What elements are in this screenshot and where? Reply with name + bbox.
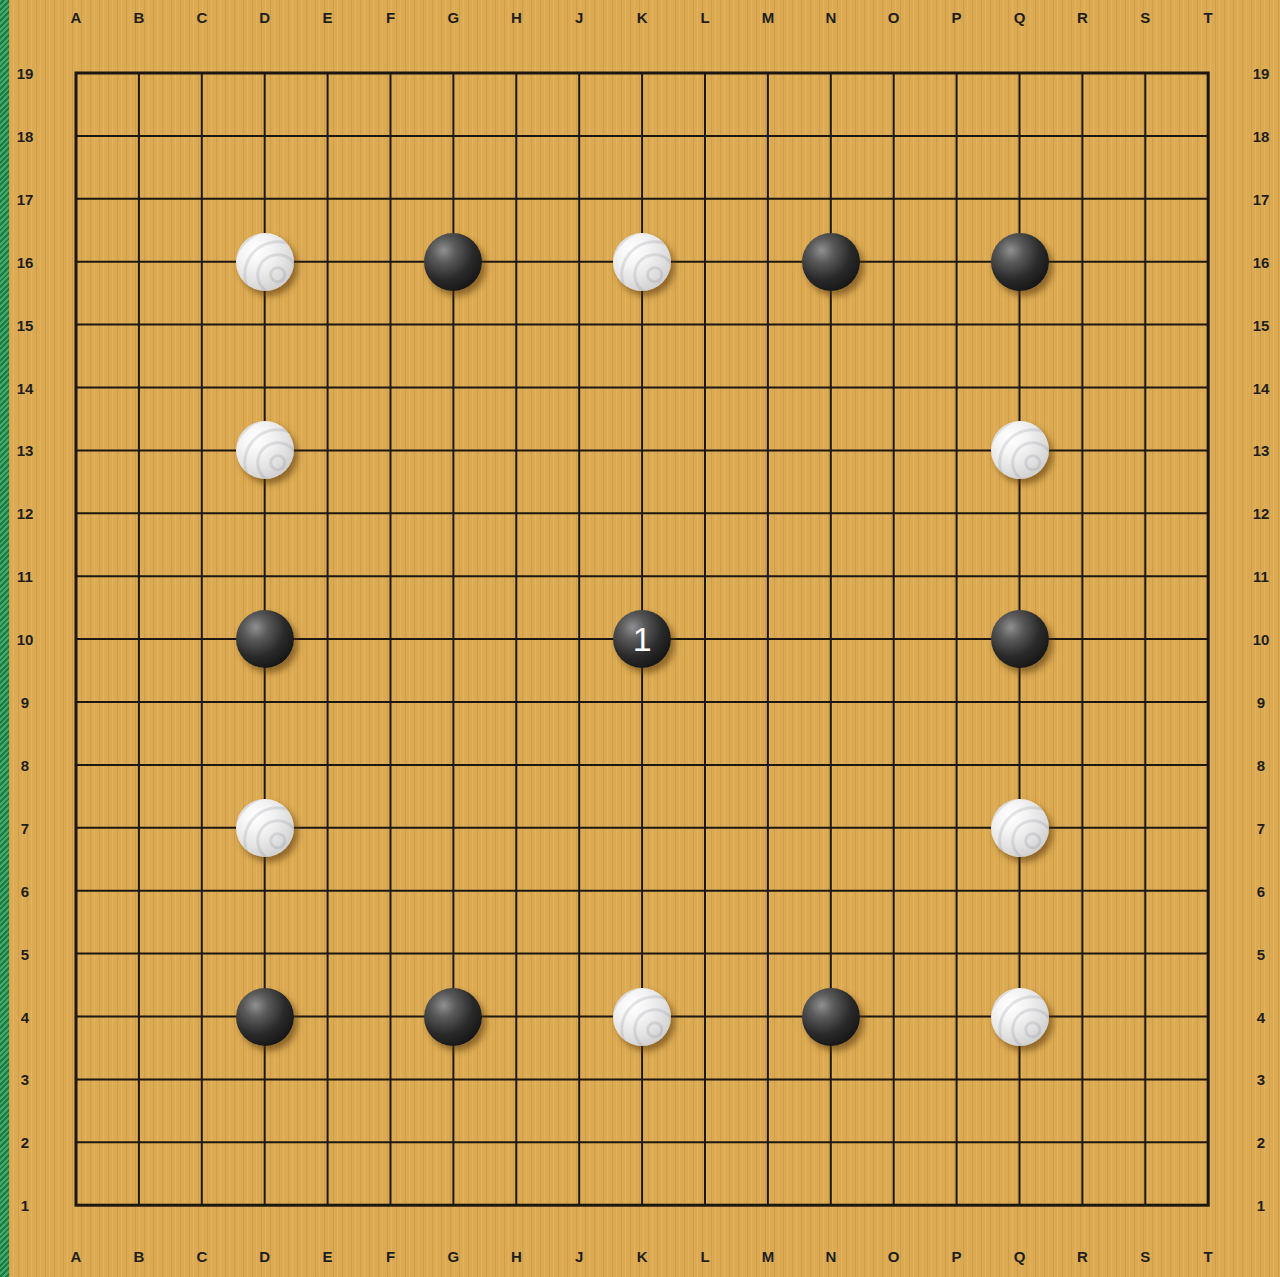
coord-left-8: 8 bbox=[21, 756, 29, 773]
stone-black-n4[interactable] bbox=[802, 988, 860, 1046]
coord-top-F: F bbox=[386, 9, 395, 26]
coord-bottom-E: E bbox=[323, 1248, 333, 1265]
coord-right-15: 15 bbox=[1253, 316, 1270, 333]
coord-top-P: P bbox=[952, 9, 962, 26]
stone-black-n16[interactable] bbox=[802, 233, 860, 291]
coord-left-19: 19 bbox=[17, 65, 34, 82]
stone-white-k16[interactable] bbox=[613, 233, 671, 291]
stone-black-g16[interactable] bbox=[424, 233, 482, 291]
coord-left-5: 5 bbox=[21, 945, 29, 962]
go-app-screen: AABBCCDDEEFFGGHHJJKKLLMMNNOOPPQQRRSSTT19… bbox=[0, 0, 1280, 1277]
coord-right-11: 11 bbox=[1253, 568, 1269, 585]
coord-left-1: 1 bbox=[21, 1197, 29, 1214]
coord-bottom-J: J bbox=[575, 1248, 583, 1265]
coord-right-5: 5 bbox=[1257, 945, 1265, 962]
stone-white-d16[interactable] bbox=[236, 233, 294, 291]
stone-white-q7[interactable] bbox=[991, 799, 1049, 857]
coord-right-8: 8 bbox=[1257, 756, 1265, 773]
coord-top-G: G bbox=[448, 9, 460, 26]
coord-left-17: 17 bbox=[17, 190, 34, 207]
coord-right-9: 9 bbox=[1257, 694, 1265, 711]
stone-black-d10[interactable] bbox=[236, 610, 294, 668]
coord-left-9: 9 bbox=[21, 694, 29, 711]
stone-white-d7[interactable] bbox=[236, 799, 294, 857]
coord-top-A: A bbox=[71, 9, 82, 26]
stone-black-q10[interactable] bbox=[991, 610, 1049, 668]
coord-right-10: 10 bbox=[1253, 631, 1270, 648]
coord-top-T: T bbox=[1204, 9, 1213, 26]
coord-left-12: 12 bbox=[17, 505, 34, 522]
coord-top-Q: Q bbox=[1014, 9, 1026, 26]
stone-white-q13[interactable] bbox=[991, 421, 1049, 479]
coord-bottom-B: B bbox=[133, 1248, 144, 1265]
coord-bottom-Q: Q bbox=[1014, 1248, 1026, 1265]
coord-top-S: S bbox=[1140, 9, 1150, 26]
coord-bottom-N: N bbox=[825, 1248, 836, 1265]
stone-black-q16[interactable] bbox=[991, 233, 1049, 291]
coord-left-10: 10 bbox=[17, 631, 34, 648]
coord-left-18: 18 bbox=[17, 127, 34, 144]
coord-left-4: 4 bbox=[21, 1008, 29, 1025]
coord-bottom-D: D bbox=[259, 1248, 270, 1265]
coord-top-C: C bbox=[196, 9, 207, 26]
coord-top-L: L bbox=[700, 9, 709, 26]
coord-right-4: 4 bbox=[1257, 1008, 1265, 1025]
coord-top-O: O bbox=[888, 9, 900, 26]
coord-bottom-H: H bbox=[511, 1248, 522, 1265]
stone-black-k10[interactable]: 1 bbox=[613, 610, 671, 668]
coord-right-17: 17 bbox=[1253, 190, 1270, 207]
coord-right-16: 16 bbox=[1253, 253, 1270, 270]
stone-white-k4[interactable] bbox=[613, 988, 671, 1046]
coord-top-H: H bbox=[511, 9, 522, 26]
coord-top-K: K bbox=[637, 9, 648, 26]
coord-top-J: J bbox=[575, 9, 583, 26]
coord-top-E: E bbox=[323, 9, 333, 26]
coord-right-7: 7 bbox=[1257, 819, 1265, 836]
coord-top-R: R bbox=[1077, 9, 1088, 26]
coord-bottom-R: R bbox=[1077, 1248, 1088, 1265]
coord-top-N: N bbox=[825, 9, 836, 26]
move-number-label: 1 bbox=[613, 610, 671, 668]
coord-right-3: 3 bbox=[1257, 1071, 1265, 1088]
coord-bottom-P: P bbox=[952, 1248, 962, 1265]
stone-white-d13[interactable] bbox=[236, 421, 294, 479]
coord-left-16: 16 bbox=[17, 253, 34, 270]
coord-left-13: 13 bbox=[17, 442, 34, 459]
coord-bottom-T: T bbox=[1204, 1248, 1213, 1265]
stone-black-d4[interactable] bbox=[236, 988, 294, 1046]
coord-left-11: 11 bbox=[17, 568, 33, 585]
coord-right-12: 12 bbox=[1253, 505, 1270, 522]
coord-right-13: 13 bbox=[1253, 442, 1270, 459]
coord-bottom-M: M bbox=[762, 1248, 775, 1265]
coord-top-D: D bbox=[259, 9, 270, 26]
stone-white-q4[interactable] bbox=[991, 988, 1049, 1046]
coord-bottom-K: K bbox=[637, 1248, 648, 1265]
coord-right-6: 6 bbox=[1257, 882, 1265, 899]
coord-left-15: 15 bbox=[17, 316, 34, 333]
coord-left-2: 2 bbox=[21, 1134, 29, 1151]
coord-right-14: 14 bbox=[1253, 379, 1270, 396]
stone-black-g4[interactable] bbox=[424, 988, 482, 1046]
coord-bottom-C: C bbox=[196, 1248, 207, 1265]
coord-bottom-S: S bbox=[1140, 1248, 1150, 1265]
coord-right-2: 2 bbox=[1257, 1134, 1265, 1151]
coord-right-1: 1 bbox=[1257, 1197, 1265, 1214]
coord-right-19: 19 bbox=[1253, 65, 1270, 82]
coord-bottom-O: O bbox=[888, 1248, 900, 1265]
coord-left-3: 3 bbox=[21, 1071, 29, 1088]
coord-top-B: B bbox=[133, 9, 144, 26]
coord-bottom-G: G bbox=[448, 1248, 460, 1265]
coord-top-M: M bbox=[762, 9, 775, 26]
coord-left-7: 7 bbox=[21, 819, 29, 836]
coord-bottom-L: L bbox=[700, 1248, 709, 1265]
coord-bottom-A: A bbox=[71, 1248, 82, 1265]
coord-bottom-F: F bbox=[386, 1248, 395, 1265]
coord-left-14: 14 bbox=[17, 379, 34, 396]
coord-left-6: 6 bbox=[21, 882, 29, 899]
coord-right-18: 18 bbox=[1253, 127, 1270, 144]
